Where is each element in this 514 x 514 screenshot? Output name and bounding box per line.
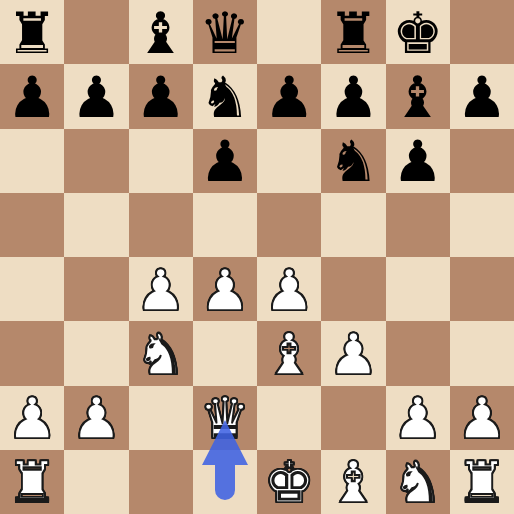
- square-a2[interactable]: ♟: [0, 386, 64, 450]
- black-pawn[interactable]: ♟: [328, 69, 379, 126]
- square-f3[interactable]: ♟: [321, 321, 385, 385]
- square-g4[interactable]: [386, 257, 450, 321]
- square-c7[interactable]: ♟: [129, 64, 193, 128]
- square-c8[interactable]: ♝: [129, 0, 193, 64]
- square-d2[interactable]: ♛: [193, 386, 257, 450]
- square-d8[interactable]: ♛: [193, 0, 257, 64]
- square-f7[interactable]: ♟: [321, 64, 385, 128]
- black-rook[interactable]: ♜: [7, 5, 58, 62]
- black-pawn[interactable]: ♟: [71, 69, 122, 126]
- square-h1[interactable]: ♜: [450, 450, 514, 514]
- square-b4[interactable]: [64, 257, 128, 321]
- square-a1[interactable]: ♜: [0, 450, 64, 514]
- white-pawn[interactable]: ♟: [328, 326, 379, 383]
- square-g3[interactable]: [386, 321, 450, 385]
- square-e4[interactable]: ♟: [257, 257, 321, 321]
- black-pawn[interactable]: ♟: [7, 69, 58, 126]
- square-e1[interactable]: ♚: [257, 450, 321, 514]
- square-b3[interactable]: [64, 321, 128, 385]
- square-f4[interactable]: [321, 257, 385, 321]
- square-e2[interactable]: [257, 386, 321, 450]
- black-pawn[interactable]: ♟: [456, 69, 507, 126]
- square-c5[interactable]: [129, 193, 193, 257]
- square-g7[interactable]: ♝: [386, 64, 450, 128]
- square-g2[interactable]: ♟: [386, 386, 450, 450]
- square-c3[interactable]: ♞: [129, 321, 193, 385]
- square-g5[interactable]: [386, 193, 450, 257]
- black-bishop[interactable]: ♝: [135, 5, 186, 62]
- square-c2[interactable]: [129, 386, 193, 450]
- white-pawn[interactable]: ♟: [199, 262, 250, 319]
- square-h8[interactable]: [450, 0, 514, 64]
- white-knight[interactable]: ♞: [392, 454, 443, 511]
- white-rook[interactable]: ♜: [7, 454, 58, 511]
- square-f1[interactable]: ♝: [321, 450, 385, 514]
- square-e8[interactable]: [257, 0, 321, 64]
- square-h7[interactable]: ♟: [450, 64, 514, 128]
- square-h3[interactable]: [450, 321, 514, 385]
- chess-board[interactable]: ♜♝♛♜♚♟♟♟♞♟♟♝♟♟♞♟♟♟♟♞♝♟♟♟♛♟♟♜♚♝♞♜: [0, 0, 514, 514]
- black-pawn[interactable]: ♟: [264, 69, 315, 126]
- white-pawn[interactable]: ♟: [264, 262, 315, 319]
- square-d3[interactable]: [193, 321, 257, 385]
- square-e7[interactable]: ♟: [257, 64, 321, 128]
- square-f6[interactable]: ♞: [321, 129, 385, 193]
- square-b8[interactable]: [64, 0, 128, 64]
- square-e5[interactable]: [257, 193, 321, 257]
- square-a7[interactable]: ♟: [0, 64, 64, 128]
- square-h5[interactable]: [450, 193, 514, 257]
- square-b5[interactable]: [64, 193, 128, 257]
- square-c6[interactable]: [129, 129, 193, 193]
- square-b6[interactable]: [64, 129, 128, 193]
- white-rook[interactable]: ♜: [456, 454, 507, 511]
- black-pawn[interactable]: ♟: [392, 133, 443, 190]
- square-b1[interactable]: [64, 450, 128, 514]
- square-a3[interactable]: [0, 321, 64, 385]
- black-pawn[interactable]: ♟: [199, 133, 250, 190]
- black-rook[interactable]: ♜: [328, 5, 379, 62]
- black-bishop[interactable]: ♝: [392, 69, 443, 126]
- square-f2[interactable]: [321, 386, 385, 450]
- white-king[interactable]: ♚: [264, 454, 315, 511]
- white-queen[interactable]: ♛: [199, 390, 250, 447]
- black-knight[interactable]: ♞: [199, 69, 250, 126]
- square-a4[interactable]: [0, 257, 64, 321]
- square-g6[interactable]: ♟: [386, 129, 450, 193]
- square-b2[interactable]: ♟: [64, 386, 128, 450]
- square-f8[interactable]: ♜: [321, 0, 385, 64]
- square-d4[interactable]: ♟: [193, 257, 257, 321]
- square-h2[interactable]: ♟: [450, 386, 514, 450]
- white-pawn[interactable]: ♟: [392, 390, 443, 447]
- square-c1[interactable]: [129, 450, 193, 514]
- square-e3[interactable]: ♝: [257, 321, 321, 385]
- black-knight[interactable]: ♞: [328, 133, 379, 190]
- square-d1[interactable]: [193, 450, 257, 514]
- white-pawn[interactable]: ♟: [135, 262, 186, 319]
- square-g1[interactable]: ♞: [386, 450, 450, 514]
- square-a5[interactable]: [0, 193, 64, 257]
- square-g8[interactable]: ♚: [386, 0, 450, 64]
- square-h4[interactable]: [450, 257, 514, 321]
- white-knight[interactable]: ♞: [135, 326, 186, 383]
- white-bishop[interactable]: ♝: [328, 454, 379, 511]
- black-king[interactable]: ♚: [392, 5, 443, 62]
- white-pawn[interactable]: ♟: [7, 390, 58, 447]
- square-d6[interactable]: ♟: [193, 129, 257, 193]
- square-d7[interactable]: ♞: [193, 64, 257, 128]
- square-b7[interactable]: ♟: [64, 64, 128, 128]
- square-f5[interactable]: [321, 193, 385, 257]
- black-pawn[interactable]: ♟: [135, 69, 186, 126]
- white-pawn[interactable]: ♟: [456, 390, 507, 447]
- square-a8[interactable]: ♜: [0, 0, 64, 64]
- square-a6[interactable]: [0, 129, 64, 193]
- white-pawn[interactable]: ♟: [71, 390, 122, 447]
- square-h6[interactable]: [450, 129, 514, 193]
- white-bishop[interactable]: ♝: [264, 326, 315, 383]
- square-d5[interactable]: [193, 193, 257, 257]
- square-c4[interactable]: ♟: [129, 257, 193, 321]
- square-e6[interactable]: [257, 129, 321, 193]
- black-queen[interactable]: ♛: [199, 5, 250, 62]
